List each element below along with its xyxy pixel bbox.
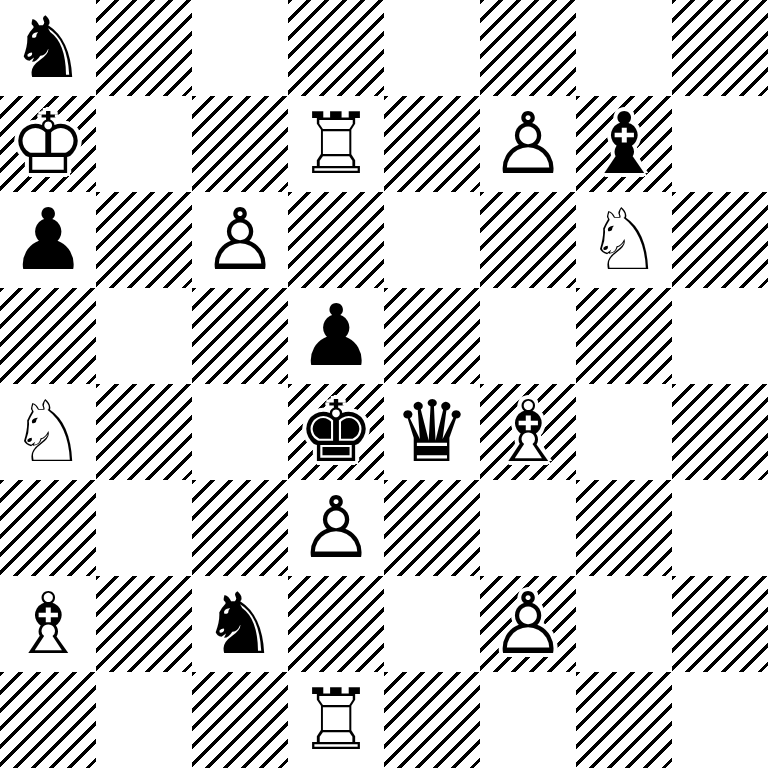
square-e5[interactable] xyxy=(384,288,480,384)
square-h6[interactable] xyxy=(672,192,768,288)
square-g5[interactable] xyxy=(576,288,672,384)
square-f2[interactable]: ♟♙ xyxy=(480,576,576,672)
square-a4[interactable]: ♞♘ xyxy=(0,384,96,480)
white-pawn-glyph: ♙ xyxy=(288,480,384,576)
white-bishop-glyph: ♗ xyxy=(0,576,96,672)
square-b4[interactable] xyxy=(96,384,192,480)
square-c7[interactable] xyxy=(192,96,288,192)
square-f7[interactable]: ♟♙ xyxy=(480,96,576,192)
white-pawn-glyph: ♙ xyxy=(480,576,576,672)
square-g7[interactable]: ♝♝ xyxy=(576,96,672,192)
square-e8[interactable] xyxy=(384,0,480,96)
square-d7[interactable]: ♜♖ xyxy=(288,96,384,192)
piece-white-knight[interactable]: ♞♘ xyxy=(0,384,96,480)
piece-black-bishop[interactable]: ♝♝ xyxy=(576,96,672,192)
square-b2[interactable] xyxy=(96,576,192,672)
piece-black-pawn[interactable]: ♟♟ xyxy=(0,192,96,288)
square-h5[interactable] xyxy=(672,288,768,384)
square-f5[interactable] xyxy=(480,288,576,384)
square-e1[interactable] xyxy=(384,672,480,768)
black-king-glyph: ♚ xyxy=(288,384,384,480)
piece-black-queen[interactable]: ♛♛ xyxy=(384,384,480,480)
black-pawn-glyph: ♟ xyxy=(288,288,384,384)
square-a3[interactable] xyxy=(0,480,96,576)
piece-black-pawn[interactable]: ♟♟ xyxy=(288,288,384,384)
square-f1[interactable] xyxy=(480,672,576,768)
square-c2[interactable]: ♞♞ xyxy=(192,576,288,672)
black-knight-glyph: ♞ xyxy=(0,0,96,96)
square-b1[interactable] xyxy=(96,672,192,768)
piece-white-pawn[interactable]: ♟♙ xyxy=(288,480,384,576)
piece-white-pawn[interactable]: ♟♙ xyxy=(480,96,576,192)
square-h8[interactable] xyxy=(672,0,768,96)
square-a5[interactable] xyxy=(0,288,96,384)
square-a6[interactable]: ♟♟ xyxy=(0,192,96,288)
square-c1[interactable] xyxy=(192,672,288,768)
square-g2[interactable] xyxy=(576,576,672,672)
square-c3[interactable] xyxy=(192,480,288,576)
square-d1[interactable]: ♜♖ xyxy=(288,672,384,768)
white-rook-glyph: ♖ xyxy=(288,672,384,768)
white-pawn-glyph: ♙ xyxy=(480,96,576,192)
square-e6[interactable] xyxy=(384,192,480,288)
square-h2[interactable] xyxy=(672,576,768,672)
piece-white-knight[interactable]: ♞♘ xyxy=(576,192,672,288)
square-h7[interactable] xyxy=(672,96,768,192)
black-pawn-glyph: ♟ xyxy=(0,192,96,288)
square-d8[interactable] xyxy=(288,0,384,96)
square-b7[interactable] xyxy=(96,96,192,192)
square-c5[interactable] xyxy=(192,288,288,384)
square-a1[interactable] xyxy=(0,672,96,768)
square-g4[interactable] xyxy=(576,384,672,480)
piece-white-bishop[interactable]: ♝♗ xyxy=(480,384,576,480)
square-a8[interactable]: ♞♞ xyxy=(0,0,96,96)
chess-board: ♞♞♚♔♜♖♟♙♝♝♟♟♟♙♞♘♟♟♞♘♚♚♛♛♝♗♟♙♝♗♞♞♟♙♜♖ xyxy=(0,0,768,768)
white-rook-glyph: ♖ xyxy=(288,96,384,192)
square-e4[interactable]: ♛♛ xyxy=(384,384,480,480)
square-d4[interactable]: ♚♚ xyxy=(288,384,384,480)
piece-white-rook[interactable]: ♜♖ xyxy=(288,96,384,192)
square-g1[interactable] xyxy=(576,672,672,768)
white-bishop-glyph: ♗ xyxy=(480,384,576,480)
square-d5[interactable]: ♟♟ xyxy=(288,288,384,384)
piece-white-bishop[interactable]: ♝♗ xyxy=(0,576,96,672)
square-d3[interactable]: ♟♙ xyxy=(288,480,384,576)
white-knight-glyph: ♘ xyxy=(576,192,672,288)
square-c4[interactable] xyxy=(192,384,288,480)
square-e7[interactable] xyxy=(384,96,480,192)
piece-white-rook[interactable]: ♜♖ xyxy=(288,672,384,768)
square-b6[interactable] xyxy=(96,192,192,288)
square-b8[interactable] xyxy=(96,0,192,96)
square-h3[interactable] xyxy=(672,480,768,576)
square-e3[interactable] xyxy=(384,480,480,576)
square-g6[interactable]: ♞♘ xyxy=(576,192,672,288)
piece-black-knight[interactable]: ♞♞ xyxy=(0,0,96,96)
square-e2[interactable] xyxy=(384,576,480,672)
square-f8[interactable] xyxy=(480,0,576,96)
black-bishop-glyph: ♝ xyxy=(576,96,672,192)
square-f6[interactable] xyxy=(480,192,576,288)
piece-black-king[interactable]: ♚♚ xyxy=(288,384,384,480)
square-d2[interactable] xyxy=(288,576,384,672)
square-a7[interactable]: ♚♔ xyxy=(0,96,96,192)
square-d6[interactable] xyxy=(288,192,384,288)
square-f4[interactable]: ♝♗ xyxy=(480,384,576,480)
square-g3[interactable] xyxy=(576,480,672,576)
square-b5[interactable] xyxy=(96,288,192,384)
black-knight-glyph: ♞ xyxy=(192,576,288,672)
square-c6[interactable]: ♟♙ xyxy=(192,192,288,288)
square-a2[interactable]: ♝♗ xyxy=(0,576,96,672)
piece-white-pawn[interactable]: ♟♙ xyxy=(192,192,288,288)
square-h1[interactable] xyxy=(672,672,768,768)
white-knight-glyph: ♘ xyxy=(0,384,96,480)
square-g8[interactable] xyxy=(576,0,672,96)
white-pawn-glyph: ♙ xyxy=(192,192,288,288)
piece-black-knight[interactable]: ♞♞ xyxy=(192,576,288,672)
square-b3[interactable] xyxy=(96,480,192,576)
black-queen-glyph: ♛ xyxy=(384,384,480,480)
white-king-glyph: ♔ xyxy=(0,96,96,192)
square-c8[interactable] xyxy=(192,0,288,96)
piece-white-king[interactable]: ♚♔ xyxy=(0,96,96,192)
square-h4[interactable] xyxy=(672,384,768,480)
piece-white-pawn[interactable]: ♟♙ xyxy=(480,576,576,672)
square-f3[interactable] xyxy=(480,480,576,576)
